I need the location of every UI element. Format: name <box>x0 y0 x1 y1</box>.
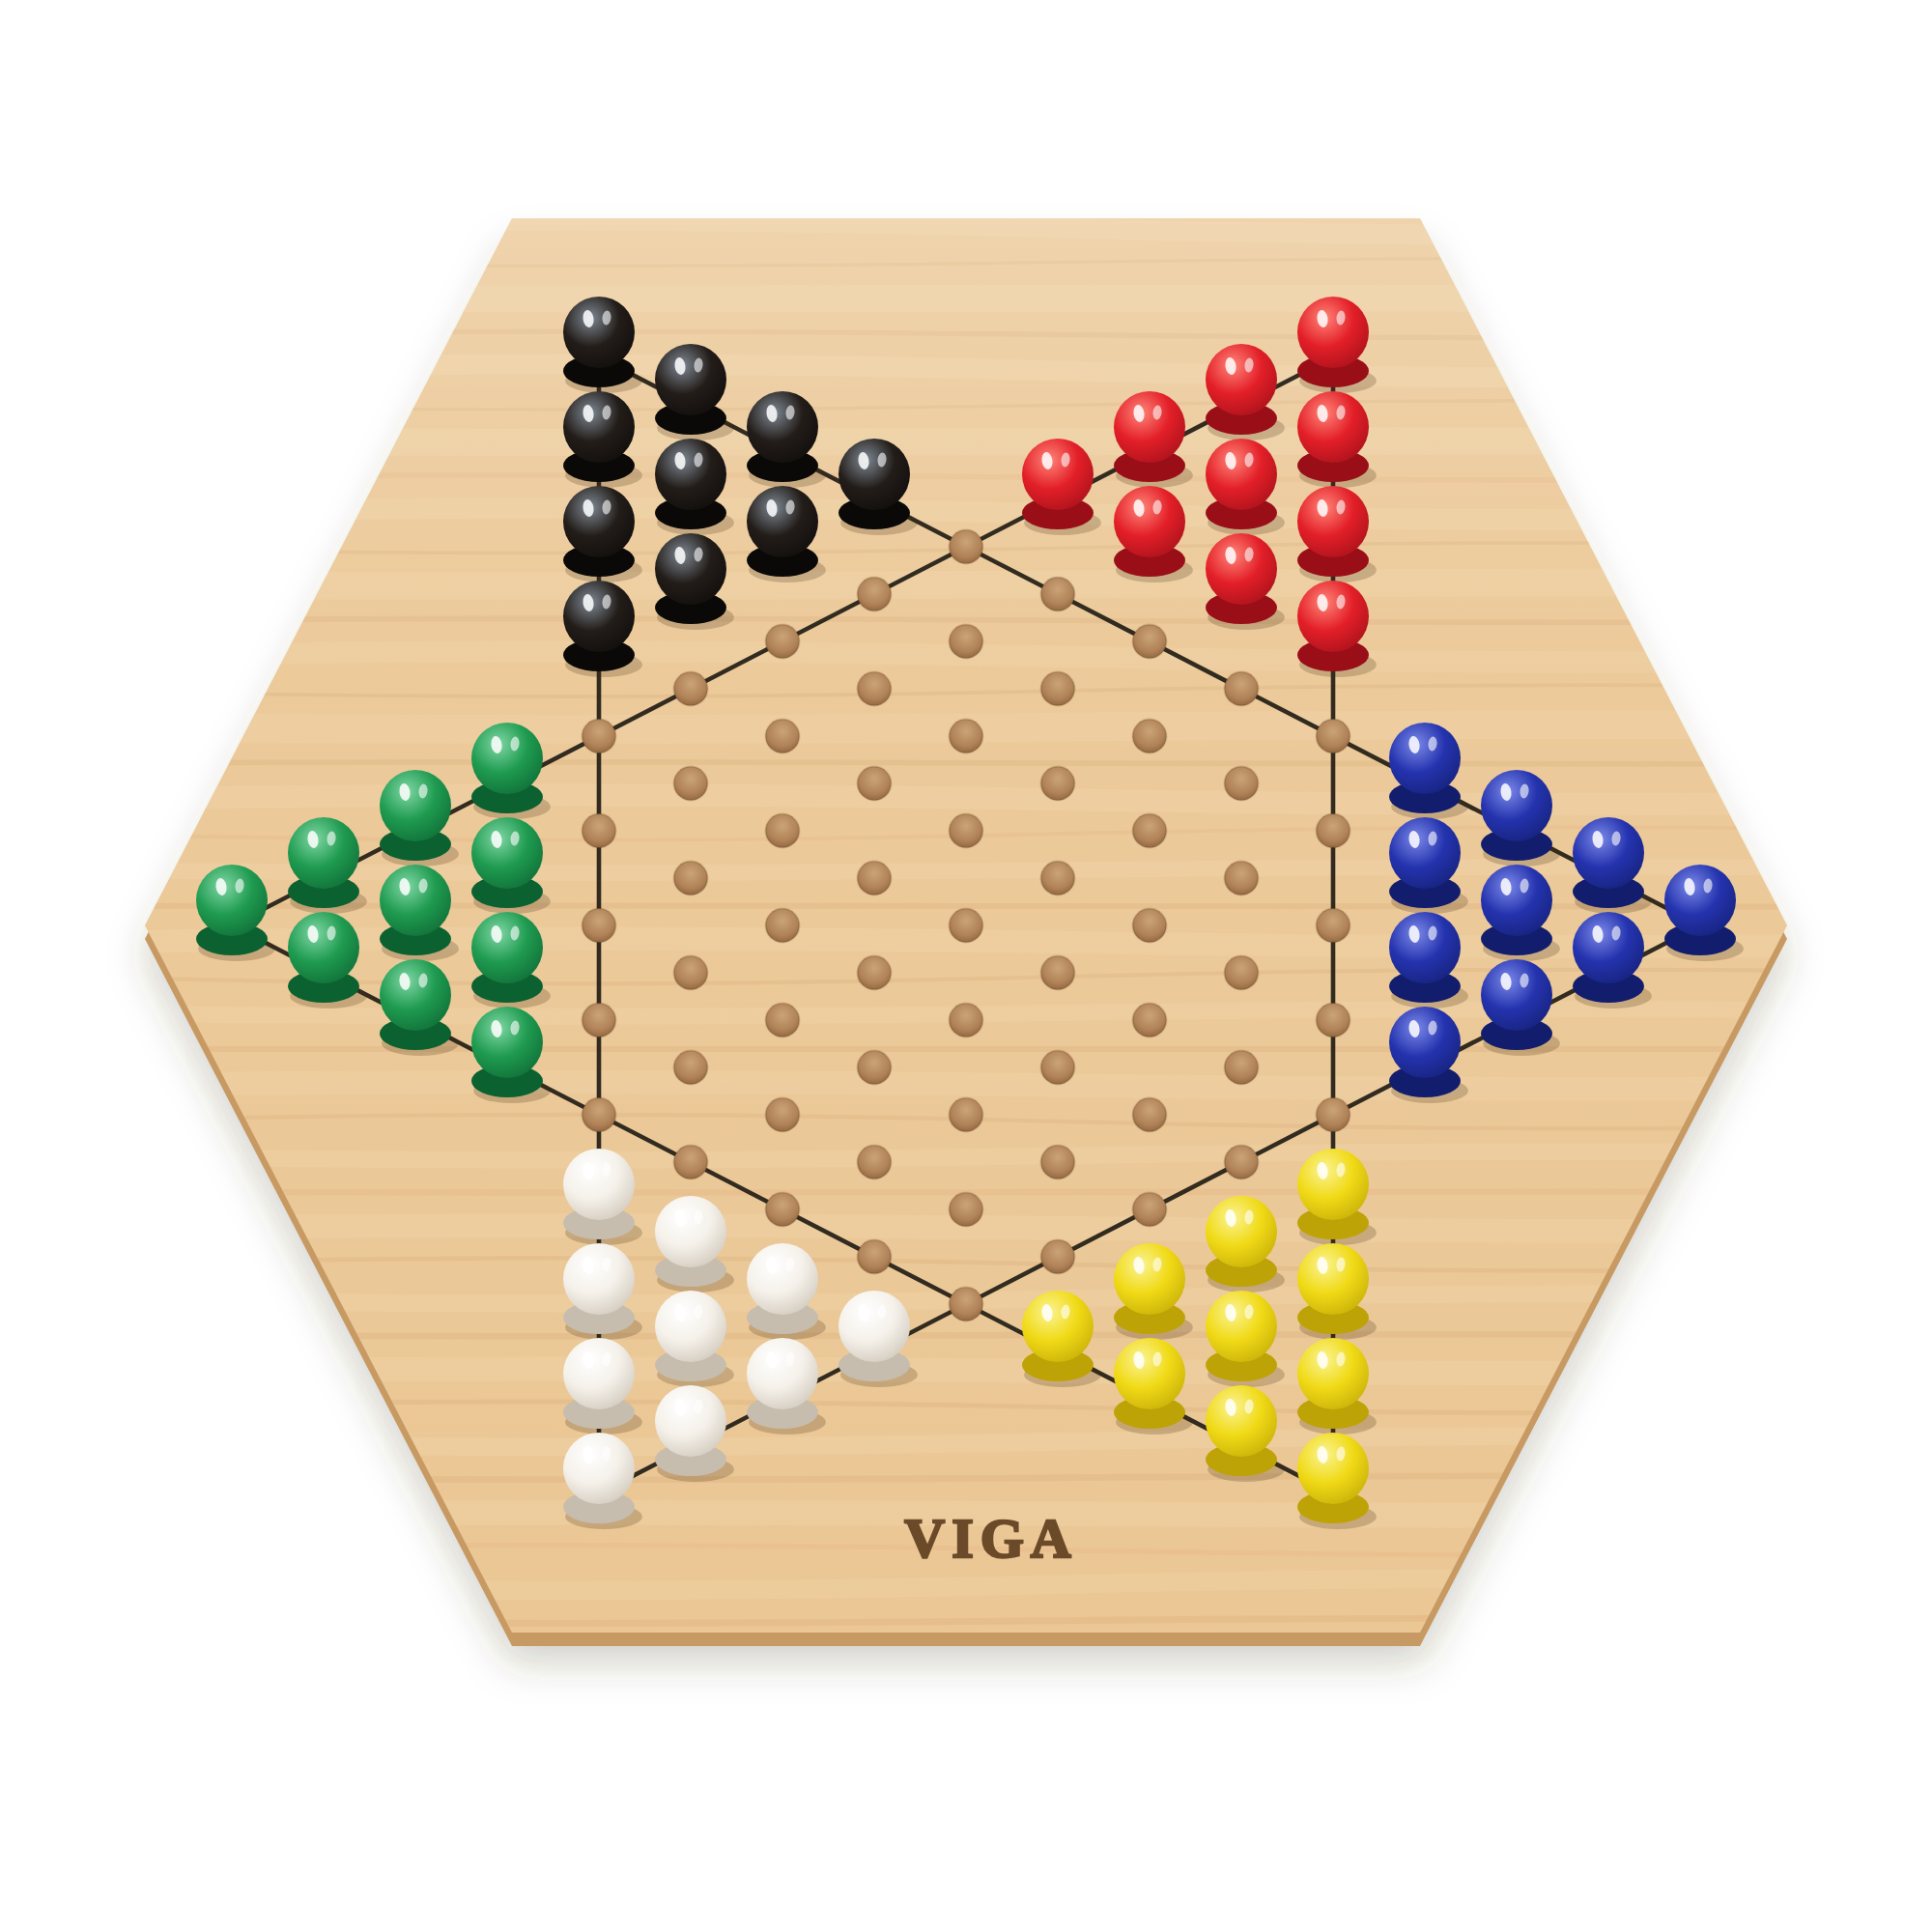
peg-head <box>655 439 726 510</box>
hole[interactable] <box>766 1193 800 1227</box>
peg-head <box>1297 1433 1369 1504</box>
hole[interactable] <box>1041 672 1075 706</box>
hole[interactable] <box>582 1004 616 1037</box>
hole[interactable] <box>674 956 708 990</box>
peg-head <box>471 1007 543 1078</box>
hole[interactable] <box>950 814 983 848</box>
hole[interactable] <box>1041 956 1075 990</box>
hole[interactable] <box>950 625 983 659</box>
hole[interactable] <box>1225 767 1259 801</box>
peg-head <box>288 912 359 983</box>
peg-head <box>747 391 818 463</box>
hole[interactable] <box>1225 672 1259 706</box>
hole[interactable] <box>674 767 708 801</box>
hole[interactable] <box>1317 909 1350 943</box>
peg-head <box>1297 581 1369 652</box>
hole[interactable] <box>950 1193 983 1227</box>
peg-head <box>1297 391 1369 463</box>
hole[interactable] <box>766 909 800 943</box>
peg-head <box>471 912 543 983</box>
peg-head <box>1664 865 1736 936</box>
hole[interactable] <box>582 1098 616 1132</box>
peg-head <box>1206 1291 1277 1362</box>
peg-head <box>1297 486 1369 557</box>
peg-head <box>563 391 635 463</box>
hole[interactable] <box>1133 909 1167 943</box>
hole[interactable] <box>1133 720 1167 753</box>
peg-head <box>655 1196 726 1267</box>
peg-head <box>1114 1243 1185 1315</box>
peg-head <box>1297 297 1369 368</box>
peg-head <box>1114 486 1185 557</box>
hole[interactable] <box>950 720 983 753</box>
peg-head <box>563 1149 635 1220</box>
peg-head <box>1022 1291 1094 1362</box>
peg-head <box>1114 391 1185 463</box>
hole[interactable] <box>766 814 800 848</box>
hole[interactable] <box>1225 956 1259 990</box>
hole[interactable] <box>950 1288 983 1321</box>
hole[interactable] <box>582 720 616 753</box>
hole[interactable] <box>1041 1051 1075 1085</box>
peg-head <box>747 1338 818 1409</box>
peg-head <box>655 344 726 415</box>
peg-head <box>1389 912 1461 983</box>
peg-head <box>1481 959 1552 1031</box>
peg-head <box>1297 1338 1369 1409</box>
peg-head <box>380 770 451 841</box>
hole[interactable] <box>858 578 892 611</box>
peg-head <box>1206 1196 1277 1267</box>
peg-head <box>471 817 543 889</box>
peg-head <box>471 723 543 794</box>
peg-head <box>655 1385 726 1457</box>
hole[interactable] <box>1041 767 1075 801</box>
peg-head <box>196 865 268 936</box>
hole[interactable] <box>950 530 983 564</box>
hole[interactable] <box>858 862 892 895</box>
hole[interactable] <box>1225 1051 1259 1085</box>
peg-head <box>1573 817 1644 889</box>
peg-head <box>1022 439 1094 510</box>
peg-head <box>380 865 451 936</box>
hole[interactable] <box>1041 578 1075 611</box>
hole[interactable] <box>1133 1193 1167 1227</box>
hole[interactable] <box>582 814 616 848</box>
hole[interactable] <box>766 1004 800 1037</box>
hole[interactable] <box>1225 862 1259 895</box>
hole[interactable] <box>1133 814 1167 848</box>
hole[interactable] <box>950 909 983 943</box>
peg-head <box>1389 817 1461 889</box>
peg-head <box>563 581 635 652</box>
peg-head <box>563 297 635 368</box>
hole[interactable] <box>1133 625 1167 659</box>
hole[interactable] <box>766 1098 800 1132</box>
hole[interactable] <box>950 1098 983 1132</box>
peg-head <box>288 817 359 889</box>
peg-head <box>1206 533 1277 605</box>
peg-head <box>838 1291 910 1362</box>
peg-head <box>380 959 451 1031</box>
hole[interactable] <box>1317 814 1350 848</box>
hole[interactable] <box>950 1004 983 1037</box>
peg-head <box>747 486 818 557</box>
hole[interactable] <box>858 1146 892 1179</box>
hole[interactable] <box>1041 1240 1075 1274</box>
peg-head <box>655 1291 726 1362</box>
peg-head <box>1389 723 1461 794</box>
peg-head <box>563 486 635 557</box>
hole[interactable] <box>766 720 800 753</box>
peg-head <box>1206 1385 1277 1457</box>
hole[interactable] <box>766 625 800 659</box>
hole[interactable] <box>1041 862 1075 895</box>
peg-head <box>1481 770 1552 841</box>
hole[interactable] <box>1317 720 1350 753</box>
hole[interactable] <box>858 767 892 801</box>
hole[interactable] <box>1041 1146 1075 1179</box>
peg-head <box>1389 1007 1461 1078</box>
peg-head <box>1297 1243 1369 1315</box>
hole[interactable] <box>674 862 708 895</box>
hole[interactable] <box>1225 1146 1259 1179</box>
peg-head <box>1206 439 1277 510</box>
peg-head <box>838 439 910 510</box>
chinese-checkers-board: VIGA <box>0 0 1932 1932</box>
peg-head <box>1297 1149 1369 1220</box>
hole[interactable] <box>1317 1098 1350 1132</box>
product-photo: VIGA <box>0 0 1932 1932</box>
peg-head <box>1481 865 1552 936</box>
hole[interactable] <box>674 1051 708 1085</box>
hole[interactable] <box>858 672 892 706</box>
peg-head <box>747 1243 818 1315</box>
peg-head <box>655 533 726 605</box>
hole[interactable] <box>858 1051 892 1085</box>
peg-head <box>1206 344 1277 415</box>
hole[interactable] <box>1317 1004 1350 1037</box>
hole[interactable] <box>674 672 708 706</box>
hole[interactable] <box>858 1240 892 1274</box>
peg-head <box>563 1338 635 1409</box>
hole[interactable] <box>582 909 616 943</box>
hole[interactable] <box>1133 1004 1167 1037</box>
viga-logo: VIGA <box>904 1507 1077 1570</box>
hole[interactable] <box>674 1146 708 1179</box>
peg-head <box>563 1243 635 1315</box>
hole[interactable] <box>1133 1098 1167 1132</box>
hole[interactable] <box>858 956 892 990</box>
peg-head <box>1573 912 1644 983</box>
peg-head <box>1114 1338 1185 1409</box>
peg-head <box>563 1433 635 1504</box>
